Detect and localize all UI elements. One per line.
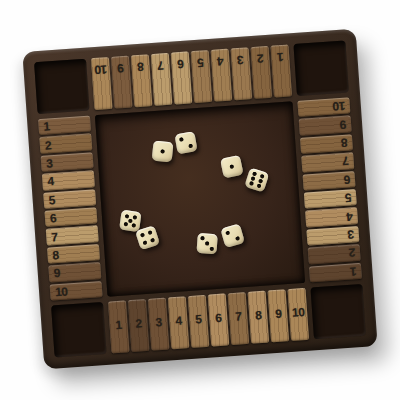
die-pip — [179, 137, 184, 142]
die-pip — [235, 236, 240, 241]
tile-west-10[interactable]: 10 — [50, 281, 103, 301]
tile-east-3[interactable]: 3 — [306, 226, 359, 246]
die-pip — [123, 222, 128, 227]
board-frame: 10987654321 12345678910 10987654321 1234… — [34, 40, 366, 357]
tile-number: 3 — [155, 315, 162, 329]
tile-number: 4 — [47, 175, 54, 189]
product-photo-scene: 10987654321 12345678910 10987654321 1234… — [0, 0, 400, 400]
die-7-showing-3[interactable] — [196, 233, 217, 254]
tile-number: 1 — [277, 50, 284, 64]
tile-north-8[interactable]: 8 — [131, 54, 153, 107]
tile-number: 1 — [350, 264, 357, 278]
die-pip — [161, 149, 165, 153]
tile-number: 2 — [348, 246, 355, 260]
die-pip — [205, 241, 209, 245]
tile-east-2[interactable]: 2 — [308, 244, 361, 264]
tile-west-5[interactable]: 5 — [43, 189, 96, 209]
tile-row-north: 10987654321 — [91, 44, 292, 110]
die-pip — [124, 214, 129, 219]
corner-tray-bottom-left — [51, 302, 107, 358]
tile-east-7[interactable]: 7 — [301, 152, 354, 172]
tile-row-south: 12345678910 — [108, 288, 309, 354]
tile-south-1[interactable]: 1 — [108, 300, 130, 353]
die-pip — [229, 164, 234, 169]
tile-number: 8 — [255, 308, 262, 322]
die-1-showing-1[interactable] — [152, 140, 174, 162]
tile-west-7[interactable]: 7 — [46, 226, 99, 246]
tile-north-5[interactable]: 5 — [191, 50, 213, 103]
die-pip — [225, 231, 230, 236]
tile-west-2[interactable]: 2 — [39, 134, 92, 154]
tile-number: 10 — [94, 62, 107, 77]
tile-number: 9 — [53, 266, 60, 280]
tile-number: 5 — [48, 193, 55, 207]
tile-east-4[interactable]: 4 — [305, 207, 358, 227]
tile-number: 6 — [215, 311, 222, 325]
tile-number: 4 — [346, 209, 353, 223]
tile-north-1[interactable]: 1 — [270, 44, 292, 97]
tile-number: 9 — [339, 117, 346, 131]
die-pip — [201, 236, 205, 240]
tile-east-6[interactable]: 6 — [303, 171, 356, 191]
tile-number: 3 — [46, 156, 53, 170]
tile-south-5[interactable]: 5 — [188, 295, 210, 348]
tile-east-10[interactable]: 10 — [297, 97, 350, 117]
tile-number: 3 — [237, 53, 244, 67]
tile-south-6[interactable]: 6 — [208, 293, 230, 346]
corner-tray-top-right — [293, 40, 349, 96]
tile-south-10[interactable]: 10 — [287, 288, 309, 341]
die-2-showing-2[interactable] — [175, 131, 198, 154]
tile-number: 9 — [117, 61, 124, 75]
tile-west-4[interactable]: 4 — [42, 171, 95, 191]
die-pip — [259, 173, 264, 178]
tile-west-9[interactable]: 9 — [48, 262, 101, 282]
tile-number: 10 — [55, 284, 68, 299]
tile-south-3[interactable]: 3 — [148, 298, 170, 351]
tile-west-3[interactable]: 3 — [41, 152, 94, 172]
tile-number: 4 — [175, 314, 182, 328]
die-3-showing-1[interactable] — [220, 155, 244, 179]
tile-north-4[interactable]: 4 — [211, 49, 233, 102]
tile-west-8[interactable]: 8 — [47, 244, 100, 264]
tile-number: 5 — [195, 312, 202, 326]
tile-number: 6 — [50, 211, 57, 225]
tile-number: 10 — [291, 305, 304, 320]
tile-number: 6 — [343, 172, 350, 186]
tile-number: 4 — [217, 54, 224, 68]
die-pip — [133, 215, 138, 220]
tile-number: 9 — [275, 307, 282, 321]
tile-number: 2 — [257, 51, 264, 65]
tile-east-1[interactable]: 1 — [309, 263, 362, 283]
die-pip — [256, 183, 261, 188]
tile-number: 7 — [342, 154, 349, 168]
tile-south-4[interactable]: 4 — [168, 296, 190, 349]
die-pip — [147, 231, 152, 236]
die-pip — [250, 176, 255, 181]
tile-row-east: 10987654321 — [297, 97, 362, 282]
tile-east-8[interactable]: 8 — [300, 134, 353, 154]
tile-number: 7 — [235, 309, 242, 323]
tile-number: 3 — [347, 227, 354, 241]
die-8-showing-2[interactable] — [220, 224, 245, 249]
tile-number: 5 — [197, 55, 204, 69]
tile-number: 1 — [115, 318, 122, 332]
die-6-showing-4[interactable] — [135, 226, 160, 251]
die-pip — [142, 241, 147, 246]
tile-number: 7 — [157, 58, 164, 72]
tile-number: 8 — [341, 136, 348, 150]
tile-north-3[interactable]: 3 — [231, 47, 253, 100]
die-pip — [140, 233, 145, 238]
die-pip — [128, 219, 133, 224]
tile-row-west: 12345678910 — [38, 115, 103, 300]
die-pip — [257, 178, 262, 183]
die-pip — [252, 171, 257, 176]
tile-number: 5 — [345, 191, 352, 205]
tile-south-8[interactable]: 8 — [248, 291, 270, 344]
tile-north-7[interactable]: 7 — [151, 53, 173, 106]
die-pip — [131, 224, 136, 229]
tile-north-10[interactable]: 10 — [91, 57, 113, 110]
tile-north-6[interactable]: 6 — [171, 51, 193, 104]
tile-north-9[interactable]: 9 — [111, 56, 133, 109]
tile-south-7[interactable]: 7 — [228, 292, 250, 345]
tile-number: 8 — [137, 60, 144, 74]
corner-tray-bottom-right — [310, 284, 366, 340]
die-pip — [150, 238, 155, 243]
tile-west-6[interactable]: 6 — [44, 207, 97, 227]
tile-east-9[interactable]: 9 — [299, 116, 352, 136]
felt-dice-tray — [95, 101, 305, 296]
tile-number: 8 — [52, 248, 59, 262]
tile-east-5[interactable]: 5 — [304, 189, 357, 209]
tile-number: 2 — [135, 316, 142, 330]
shut-the-box-board: 10987654321 12345678910 10987654321 1234… — [22, 29, 377, 370]
tile-north-2[interactable]: 2 — [251, 46, 273, 99]
tile-number: 10 — [332, 99, 345, 114]
tile-number: 7 — [51, 230, 58, 244]
die-pip — [189, 143, 194, 148]
tile-west-1[interactable]: 1 — [38, 115, 91, 135]
tile-number: 1 — [43, 120, 50, 134]
die-pip — [249, 181, 254, 186]
corner-tray-top-left — [34, 59, 90, 115]
tile-number: 6 — [177, 57, 184, 71]
tile-number: 2 — [44, 138, 51, 152]
die-4-showing-6[interactable] — [244, 167, 269, 192]
tile-south-9[interactable]: 9 — [268, 289, 290, 342]
die-pip — [209, 246, 213, 250]
tile-south-2[interactable]: 2 — [128, 299, 150, 352]
